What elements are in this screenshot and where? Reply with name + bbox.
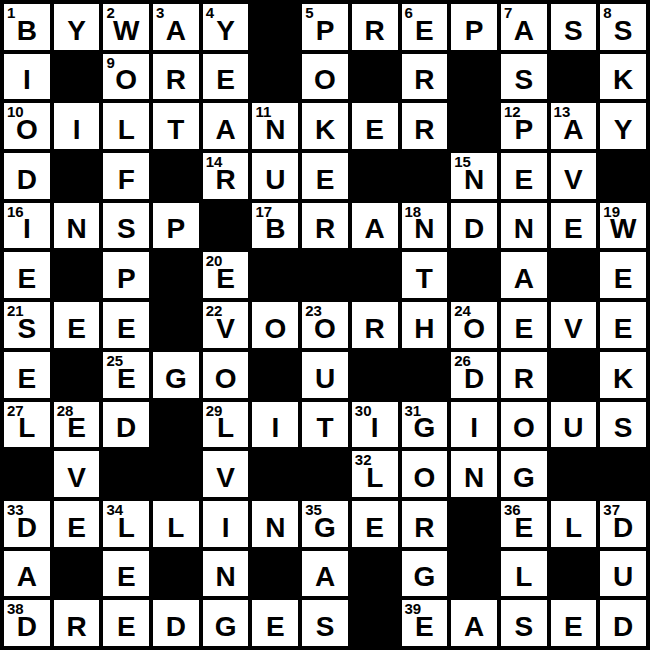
cell-r12c13[interactable]: U: [600, 551, 646, 597]
clue-number-37: 37: [603, 502, 620, 517]
cell-letter: I: [222, 514, 230, 547]
cell-r5c8[interactable]: A: [352, 203, 398, 249]
cell-letter: A: [365, 215, 385, 248]
black-cell-r2c6: [252, 54, 298, 100]
cell-r8c4[interactable]: G: [153, 352, 199, 398]
cell-letter: I: [371, 414, 379, 447]
cell-r9c13[interactable]: S: [600, 402, 646, 448]
clue-number-11: 11: [255, 104, 271, 119]
cell-r11c2[interactable]: E: [54, 501, 100, 547]
cell-r13c2[interactable]: R: [54, 600, 100, 646]
cell-r7c9[interactable]: H: [402, 302, 448, 348]
cell-r11c11[interactable]: 36E: [501, 501, 547, 547]
black-cell-r12c2: [54, 551, 100, 597]
cell-letter: S: [117, 215, 136, 248]
black-cell-r8c8: [352, 352, 398, 398]
clue-number-14: 14: [206, 154, 223, 169]
cell-r2c9[interactable]: R: [402, 54, 448, 100]
cell-r7c7[interactable]: 23O: [302, 302, 348, 348]
cell-r11c1[interactable]: 33D: [4, 501, 50, 547]
cell-letter: K: [613, 365, 633, 398]
cell-r10c8[interactable]: 32L: [352, 451, 398, 497]
cell-letter: D: [464, 365, 484, 398]
cell-r3c12[interactable]: 13A: [551, 103, 597, 149]
cell-r13c10[interactable]: A: [451, 600, 497, 646]
cell-r13c12[interactable]: E: [551, 600, 597, 646]
cell-letter: L: [515, 563, 532, 596]
cell-r12c1[interactable]: A: [4, 551, 50, 597]
cell-letter: I: [271, 414, 279, 447]
black-cell-r12c6: [252, 551, 298, 597]
black-cell-r2c10: [451, 54, 497, 100]
cell-r7c5[interactable]: 22V: [203, 302, 249, 348]
cell-r5c4[interactable]: P: [153, 203, 199, 249]
cell-r10c9[interactable]: O: [402, 451, 448, 497]
cell-letter: E: [117, 563, 136, 596]
black-cell-r10c4: [153, 451, 199, 497]
cell-r3c3[interactable]: L: [103, 103, 149, 149]
cell-letter: E: [18, 365, 37, 398]
cell-r1c2[interactable]: Y: [54, 4, 100, 50]
cell-r4c1[interactable]: D: [4, 153, 50, 199]
cell-letter: E: [67, 315, 86, 348]
cell-letter: Y: [614, 116, 633, 149]
cell-letter: O: [513, 414, 535, 447]
cell-r12c9[interactable]: G: [402, 551, 448, 597]
cell-r9c1[interactable]: 27L: [4, 402, 50, 448]
cell-r11c13[interactable]: 37D: [600, 501, 646, 547]
black-cell-r2c2: [54, 54, 100, 100]
clue-number-20: 20: [206, 253, 223, 268]
cell-r11c7[interactable]: 35G: [302, 501, 348, 547]
cell-letter: B: [17, 17, 37, 50]
cell-letter: E: [514, 315, 533, 348]
black-cell-r6c12: [551, 252, 597, 298]
cell-letter: L: [18, 414, 35, 447]
cell-letter: E: [415, 17, 434, 50]
black-cell-r4c13: [600, 153, 646, 199]
cell-letter: D: [613, 514, 633, 547]
black-cell-r8c12: [551, 352, 597, 398]
cell-r1c11[interactable]: 7A: [501, 4, 547, 50]
cell-r4c6[interactable]: U: [252, 153, 298, 199]
cell-r10c10[interactable]: N: [451, 451, 497, 497]
cell-letter: S: [614, 414, 633, 447]
cell-letter: U: [563, 414, 583, 447]
black-cell-r8c6: [252, 352, 298, 398]
cell-r6c9[interactable]: T: [402, 252, 448, 298]
black-cell-r2c8: [352, 54, 398, 100]
cell-letter: O: [16, 116, 38, 149]
clue-number-1: 1: [7, 5, 15, 20]
cell-letter: R: [414, 514, 434, 547]
cell-r9c3[interactable]: D: [103, 402, 149, 448]
cell-r9c7[interactable]: T: [302, 402, 348, 448]
black-cell-r2c12: [551, 54, 597, 100]
cell-r12c7[interactable]: A: [302, 551, 348, 597]
cell-letter: E: [67, 414, 86, 447]
cell-r5c1[interactable]: 16I: [4, 203, 50, 249]
clue-number-3: 3: [156, 5, 164, 20]
cell-r13c6[interactable]: E: [252, 600, 298, 646]
cell-r6c3[interactable]: P: [103, 252, 149, 298]
cell-letter: P: [167, 215, 186, 248]
cell-r1c9[interactable]: 6E: [402, 4, 448, 50]
cell-letter: A: [215, 116, 235, 149]
cell-letter: T: [167, 116, 184, 149]
cell-r13c1[interactable]: 38D: [4, 600, 50, 646]
black-cell-r10c3: [103, 451, 149, 497]
cell-letter: H: [414, 315, 434, 348]
cell-letter: B: [265, 215, 285, 248]
cell-r9c2[interactable]: 28E: [54, 402, 100, 448]
cell-letter: S: [514, 66, 533, 99]
cell-r4c10[interactable]: 15N: [451, 153, 497, 199]
cell-r4c11[interactable]: E: [501, 153, 547, 199]
cell-letter: E: [266, 613, 285, 646]
cell-r9c8[interactable]: 30I: [352, 402, 398, 448]
cell-r3c6[interactable]: 11N: [252, 103, 298, 149]
cell-r8c5[interactable]: O: [203, 352, 249, 398]
clue-number-5: 5: [305, 5, 313, 20]
cell-r9c12[interactable]: U: [551, 402, 597, 448]
cell-r5c3[interactable]: S: [103, 203, 149, 249]
black-cell-r8c9: [402, 352, 448, 398]
cell-r7c13[interactable]: E: [600, 302, 646, 348]
cell-letter: E: [614, 315, 633, 348]
cell-r5c7[interactable]: R: [302, 203, 348, 249]
cell-letter: O: [314, 66, 336, 99]
cell-letter: E: [18, 265, 37, 298]
cell-r9c6[interactable]: I: [252, 402, 298, 448]
cell-letter: S: [316, 613, 335, 646]
cell-r13c5[interactable]: G: [203, 600, 249, 646]
cell-r13c11[interactable]: S: [501, 600, 547, 646]
cell-r1c12[interactable]: S: [551, 4, 597, 50]
cell-letter: E: [564, 215, 583, 248]
black-cell-r9c4: [153, 402, 199, 448]
black-cell-r13c8: [352, 600, 398, 646]
cell-letter: G: [314, 514, 336, 547]
cell-r7c1[interactable]: 21S: [4, 302, 50, 348]
cell-letter: N: [265, 514, 285, 547]
cell-letter: R: [514, 365, 534, 398]
cell-letter: L: [118, 116, 135, 149]
cell-r2c3[interactable]: 9O: [103, 54, 149, 100]
cell-letter: A: [17, 563, 37, 596]
cell-r4c3[interactable]: F: [103, 153, 149, 199]
clue-number-6: 6: [405, 5, 413, 20]
cell-letter: O: [413, 464, 435, 497]
cell-letter: V: [216, 315, 235, 348]
black-cell-r4c4: [153, 153, 199, 199]
cell-letter: O: [463, 315, 485, 348]
cell-r9c11[interactable]: O: [501, 402, 547, 448]
cell-r11c4[interactable]: L: [153, 501, 199, 547]
cell-r4c7[interactable]: E: [302, 153, 348, 199]
cell-r2c13[interactable]: K: [600, 54, 646, 100]
cell-r8c13[interactable]: K: [600, 352, 646, 398]
cell-r8c11[interactable]: R: [501, 352, 547, 398]
cell-letter: V: [564, 166, 583, 199]
cell-r3c1[interactable]: 10O: [4, 103, 50, 149]
cell-r9c5[interactable]: 29L: [203, 402, 249, 448]
cell-r3c2[interactable]: I: [54, 103, 100, 149]
cell-r3c5[interactable]: A: [203, 103, 249, 149]
cell-letter: D: [116, 414, 136, 447]
cell-r11c5[interactable]: I: [203, 501, 249, 547]
cell-r3c13[interactable]: Y: [600, 103, 646, 149]
cell-r1c1[interactable]: 1B: [4, 4, 50, 50]
cell-letter: Y: [216, 17, 235, 50]
cell-r11c6[interactable]: N: [252, 501, 298, 547]
cell-letter: T: [416, 265, 433, 298]
cell-letter: F: [118, 166, 135, 199]
black-cell-r12c12: [551, 551, 597, 597]
cell-r9c9[interactable]: 31G: [402, 402, 448, 448]
clue-number-34: 34: [106, 502, 123, 517]
cell-letter: L: [565, 514, 582, 547]
clue-number-29: 29: [206, 403, 223, 418]
cell-letter: N: [66, 215, 86, 248]
cell-letter: D: [17, 613, 37, 646]
cell-r7c11[interactable]: E: [501, 302, 547, 348]
cell-letter: P: [514, 116, 533, 149]
cell-r8c3[interactable]: 25E: [103, 352, 149, 398]
cell-r12c5[interactable]: N: [203, 551, 249, 597]
cell-letter: G: [413, 414, 435, 447]
black-cell-r6c4: [153, 252, 199, 298]
cell-letter: I: [73, 116, 81, 149]
cell-r9c10[interactable]: I: [451, 402, 497, 448]
cell-r10c5[interactable]: V: [203, 451, 249, 497]
cell-letter: R: [365, 315, 385, 348]
cell-r3c8[interactable]: E: [352, 103, 398, 149]
cell-letter: R: [66, 613, 86, 646]
clue-number-21: 21: [7, 303, 24, 318]
cell-letter: V: [216, 464, 235, 497]
cell-letter: G: [513, 464, 535, 497]
cell-letter: P: [117, 265, 136, 298]
black-cell-r8c2: [54, 352, 100, 398]
cell-letter: O: [115, 66, 137, 99]
cell-r6c1[interactable]: E: [4, 252, 50, 298]
cell-letter: T: [316, 414, 333, 447]
cell-r13c3[interactable]: E: [103, 600, 149, 646]
cell-letter: I: [23, 66, 31, 99]
cell-letter: E: [117, 613, 136, 646]
clue-number-25: 25: [106, 353, 123, 368]
cell-r6c5[interactable]: 20E: [203, 252, 249, 298]
cell-r4c12[interactable]: V: [551, 153, 597, 199]
cell-letter: E: [117, 315, 136, 348]
clue-number-33: 33: [7, 502, 24, 517]
cell-r3c4[interactable]: T: [153, 103, 199, 149]
cell-letter: D: [166, 613, 186, 646]
cell-letter: N: [414, 215, 434, 248]
cell-letter: D: [613, 613, 633, 646]
cell-letter: G: [413, 563, 435, 596]
clue-number-23: 23: [305, 303, 322, 318]
cell-letter: V: [564, 315, 583, 348]
cell-r5c6[interactable]: 17B: [252, 203, 298, 249]
cell-letter: K: [315, 116, 335, 149]
cell-letter: V: [67, 464, 86, 497]
clue-number-28: 28: [57, 403, 74, 418]
clue-number-8: 8: [603, 5, 611, 20]
clue-number-26: 26: [454, 353, 471, 368]
cell-letter: O: [264, 315, 286, 348]
cell-r7c12[interactable]: V: [551, 302, 597, 348]
cell-letter: Y: [67, 17, 86, 50]
cell-r5c12[interactable]: E: [551, 203, 597, 249]
cell-letter: A: [464, 613, 484, 646]
cell-r11c9[interactable]: R: [402, 501, 448, 547]
cell-r10c2[interactable]: V: [54, 451, 100, 497]
cell-letter: S: [614, 17, 633, 50]
clue-number-9: 9: [106, 55, 114, 70]
cell-letter: E: [614, 265, 633, 298]
cell-letter: R: [315, 215, 335, 248]
cell-letter: R: [215, 166, 235, 199]
cell-r7c8[interactable]: R: [352, 302, 398, 348]
cell-r7c10[interactable]: 24O: [451, 302, 497, 348]
cell-letter: R: [414, 66, 434, 99]
cell-letter: E: [67, 514, 86, 547]
cell-letter: W: [610, 215, 636, 248]
cell-r7c6[interactable]: O: [252, 302, 298, 348]
cell-r13c7[interactable]: S: [302, 600, 348, 646]
cell-r2c1[interactable]: I: [4, 54, 50, 100]
black-cell-r5c5: [203, 203, 249, 249]
cell-letter: D: [17, 514, 37, 547]
black-cell-r12c10: [451, 551, 497, 597]
black-cell-r1c6: [252, 4, 298, 50]
cell-letter: A: [563, 116, 583, 149]
cell-r11c8[interactable]: E: [352, 501, 398, 547]
cell-letter: E: [316, 166, 335, 199]
cell-r3c7[interactable]: K: [302, 103, 348, 149]
cell-r13c4[interactable]: D: [153, 600, 199, 646]
cell-letter: U: [315, 365, 335, 398]
clue-number-38: 38: [7, 601, 24, 616]
black-cell-r6c7: [302, 252, 348, 298]
cell-letter: R: [166, 66, 186, 99]
black-cell-r10c7: [302, 451, 348, 497]
black-cell-r6c10: [451, 252, 497, 298]
cell-r1c5[interactable]: 4Y: [203, 4, 249, 50]
cell-r1c7[interactable]: 5P: [302, 4, 348, 50]
cell-r1c8[interactable]: R: [352, 4, 398, 50]
cell-r5c2[interactable]: N: [54, 203, 100, 249]
black-cell-r4c2: [54, 153, 100, 199]
cell-r6c13[interactable]: E: [600, 252, 646, 298]
cell-r6c11[interactable]: A: [501, 252, 547, 298]
cell-letter: W: [113, 17, 139, 50]
cell-r8c10[interactable]: 26D: [451, 352, 497, 398]
cell-letter: L: [366, 464, 383, 497]
cell-letter: E: [514, 166, 533, 199]
cell-letter: D: [17, 166, 37, 199]
cell-letter: P: [465, 17, 484, 50]
cell-letter: E: [365, 514, 384, 547]
cell-r13c13[interactable]: D: [600, 600, 646, 646]
cell-letter: R: [414, 116, 434, 149]
cell-r3c11[interactable]: 12P: [501, 103, 547, 149]
cell-r13c9[interactable]: 39E: [402, 600, 448, 646]
cell-r5c9[interactable]: 18N: [402, 203, 448, 249]
cell-letter: G: [215, 613, 237, 646]
cell-letter: A: [315, 563, 335, 596]
cell-letter: O: [215, 365, 237, 398]
cell-r3c9[interactable]: R: [402, 103, 448, 149]
cell-r10c11[interactable]: G: [501, 451, 547, 497]
cell-r2c11[interactable]: S: [501, 54, 547, 100]
cell-letter: D: [464, 215, 484, 248]
cell-r1c13[interactable]: 8S: [600, 4, 646, 50]
cell-letter: U: [265, 166, 285, 199]
cell-letter: L: [118, 514, 135, 547]
cell-letter: U: [613, 563, 633, 596]
clue-number-30: 30: [355, 403, 372, 418]
cell-r12c3[interactable]: E: [103, 551, 149, 597]
clue-number-19: 19: [603, 204, 620, 219]
cell-letter: I: [23, 215, 31, 248]
cell-r11c3[interactable]: 34L: [103, 501, 149, 547]
cell-r5c10[interactable]: D: [451, 203, 497, 249]
clue-number-27: 27: [7, 403, 24, 418]
cell-r7c2[interactable]: E: [54, 302, 100, 348]
cell-r2c4[interactable]: R: [153, 54, 199, 100]
cell-letter: K: [613, 66, 633, 99]
clue-number-15: 15: [454, 154, 471, 169]
black-cell-r10c12: [551, 451, 597, 497]
cell-letter: A: [166, 17, 186, 50]
cell-letter: N: [265, 116, 285, 149]
crossword-grid: 1BY2W3A4Y5PR6EP7AS8SI9OREORSK10OILTA11NK…: [0, 0, 650, 650]
cell-r7c3[interactable]: E: [103, 302, 149, 348]
cell-r11c12[interactable]: L: [551, 501, 597, 547]
cell-letter: E: [216, 66, 235, 99]
cell-r12c11[interactable]: L: [501, 551, 547, 597]
cell-letter: E: [415, 613, 434, 646]
clue-number-10: 10: [7, 104, 24, 119]
black-cell-r3c10: [451, 103, 497, 149]
cell-r2c7[interactable]: O: [302, 54, 348, 100]
black-cell-r6c2: [54, 252, 100, 298]
clue-number-24: 24: [454, 303, 471, 318]
black-cell-r7c4: [153, 302, 199, 348]
cell-letter: P: [316, 17, 335, 50]
cell-r5c13[interactable]: 19W: [600, 203, 646, 249]
clue-number-18: 18: [405, 204, 422, 219]
cell-letter: L: [217, 414, 234, 447]
cell-r8c1[interactable]: E: [4, 352, 50, 398]
cell-r1c10[interactable]: P: [451, 4, 497, 50]
cell-letter: S: [18, 315, 37, 348]
clue-number-4: 4: [206, 5, 214, 20]
cell-r8c7[interactable]: U: [302, 352, 348, 398]
cell-r2c5[interactable]: E: [203, 54, 249, 100]
cell-r5c11[interactable]: N: [501, 203, 547, 249]
cell-r1c4[interactable]: 3A: [153, 4, 199, 50]
clue-number-12: 12: [504, 104, 521, 119]
cell-r4c5[interactable]: 14R: [203, 153, 249, 199]
cell-letter: S: [514, 613, 533, 646]
cell-r1c3[interactable]: 2W: [103, 4, 149, 50]
black-cell-r12c4: [153, 551, 199, 597]
clue-number-22: 22: [206, 303, 223, 318]
